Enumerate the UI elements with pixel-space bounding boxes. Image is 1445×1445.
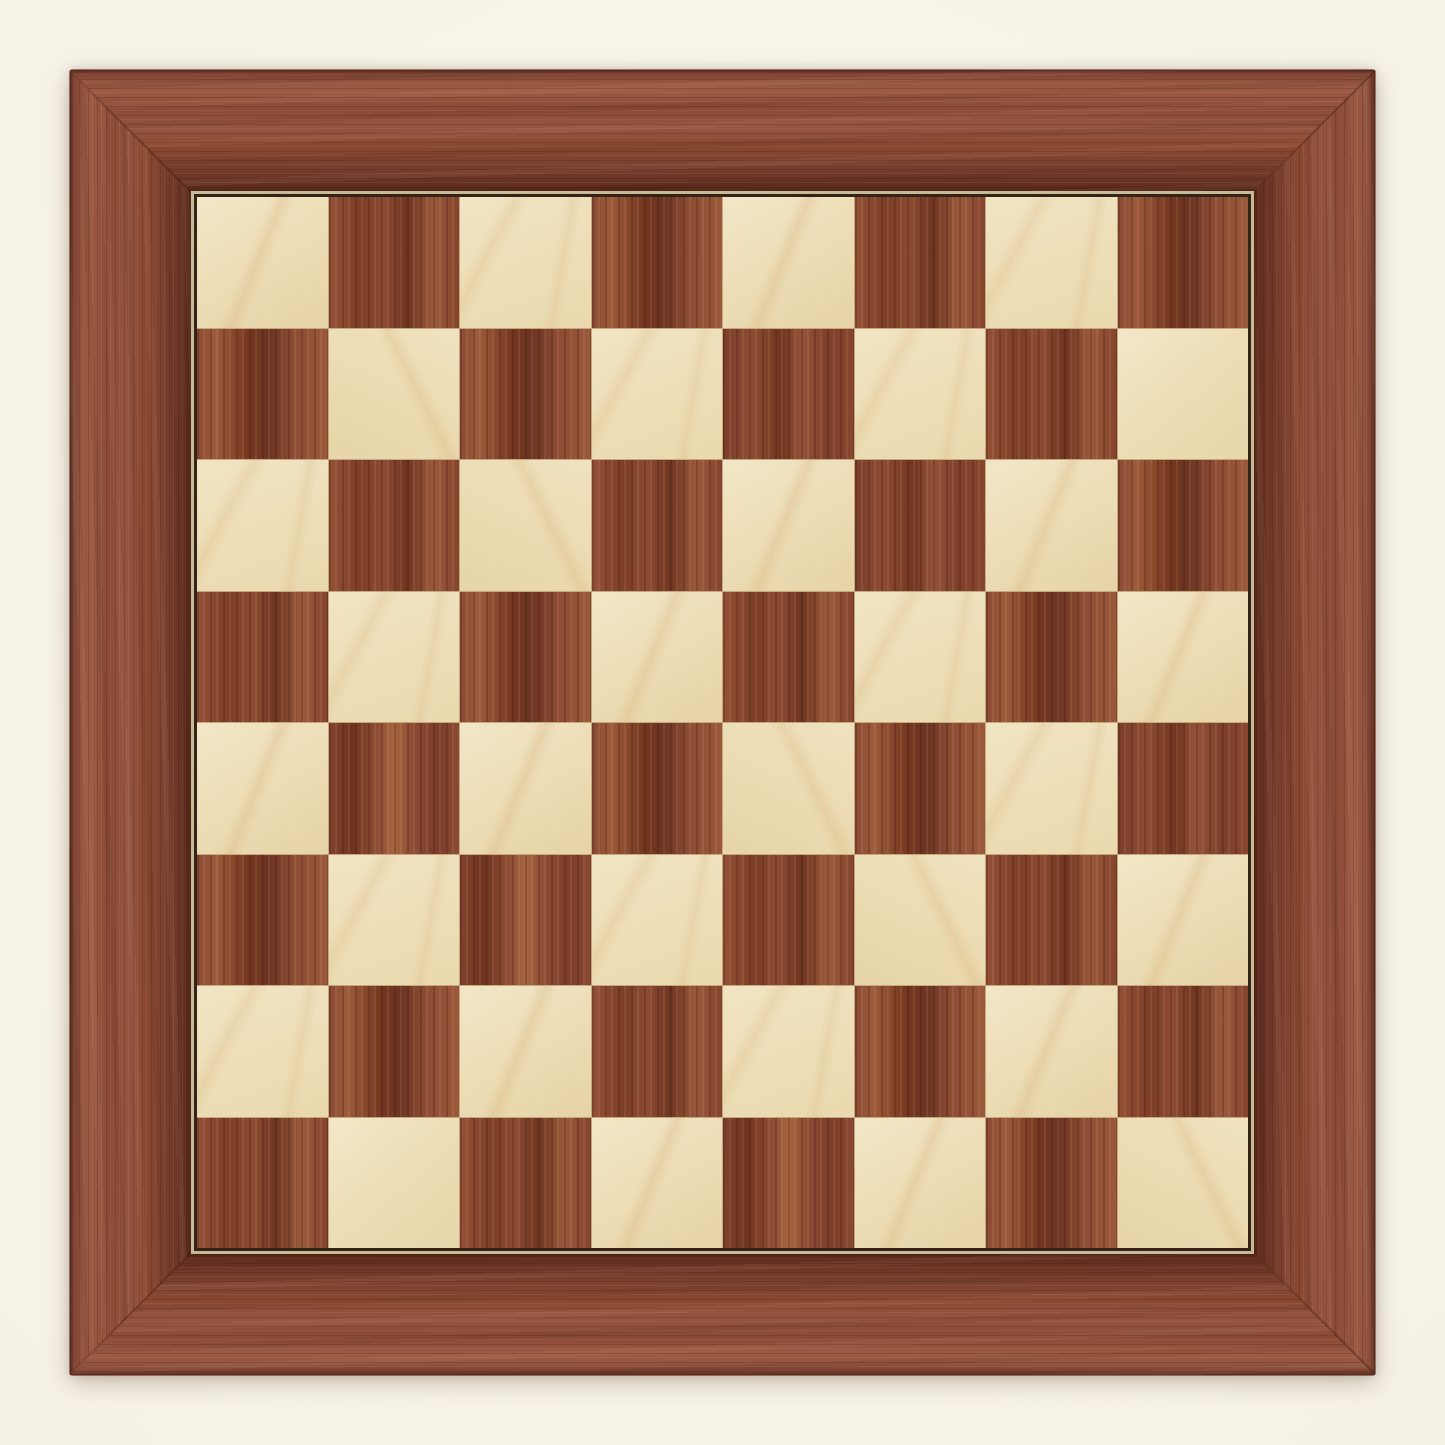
square-b6[interactable] [329, 460, 460, 591]
square-d8[interactable] [592, 197, 723, 328]
board-grid [197, 197, 1248, 1248]
board-frame-left [70, 70, 191, 1375]
square-c7[interactable] [460, 329, 591, 460]
square-d5[interactable] [592, 592, 723, 723]
square-c5[interactable] [460, 592, 591, 723]
square-h8[interactable] [1118, 197, 1249, 328]
square-e6[interactable] [723, 460, 854, 591]
square-d7[interactable] [592, 329, 723, 460]
square-g8[interactable] [986, 197, 1117, 328]
square-c4[interactable] [460, 723, 591, 854]
square-a1[interactable] [197, 1118, 328, 1249]
square-c2[interactable] [460, 986, 591, 1117]
square-a2[interactable] [197, 986, 328, 1117]
square-f8[interactable] [855, 197, 986, 328]
square-c6[interactable] [460, 460, 591, 591]
square-f7[interactable] [855, 329, 986, 460]
square-e3[interactable] [723, 855, 854, 986]
square-h7[interactable] [1118, 329, 1249, 460]
square-g6[interactable] [986, 460, 1117, 591]
board-frame-bottom [70, 1254, 1375, 1375]
square-b5[interactable] [329, 592, 460, 723]
square-h4[interactable] [1118, 723, 1249, 854]
square-a6[interactable] [197, 460, 328, 591]
board-frame-top [70, 70, 1375, 191]
square-b4[interactable] [329, 723, 460, 854]
square-g2[interactable] [986, 986, 1117, 1117]
square-g7[interactable] [986, 329, 1117, 460]
square-d1[interactable] [592, 1118, 723, 1249]
square-e7[interactable] [723, 329, 854, 460]
square-f6[interactable] [855, 460, 986, 591]
square-h1[interactable] [1118, 1118, 1249, 1249]
square-e5[interactable] [723, 592, 854, 723]
square-b2[interactable] [329, 986, 460, 1117]
square-g3[interactable] [986, 855, 1117, 986]
square-f2[interactable] [855, 986, 986, 1117]
square-g5[interactable] [986, 592, 1117, 723]
square-c3[interactable] [460, 855, 591, 986]
square-f5[interactable] [855, 592, 986, 723]
square-d3[interactable] [592, 855, 723, 986]
square-f3[interactable] [855, 855, 986, 986]
photo-background [0, 0, 1445, 1445]
square-e4[interactable] [723, 723, 854, 854]
square-h3[interactable] [1118, 855, 1249, 986]
square-b3[interactable] [329, 855, 460, 986]
square-a8[interactable] [197, 197, 328, 328]
square-e1[interactable] [723, 1118, 854, 1249]
board-frame-right [1254, 70, 1375, 1375]
square-h5[interactable] [1118, 592, 1249, 723]
square-e2[interactable] [723, 986, 854, 1117]
filet-dark-line [194, 194, 1251, 1251]
square-g4[interactable] [986, 723, 1117, 854]
square-e8[interactable] [723, 197, 854, 328]
chess-board [70, 70, 1375, 1375]
square-f4[interactable] [855, 723, 986, 854]
square-d4[interactable] [592, 723, 723, 854]
square-d2[interactable] [592, 986, 723, 1117]
square-b8[interactable] [329, 197, 460, 328]
square-f1[interactable] [855, 1118, 986, 1249]
filet-light-line [191, 191, 1254, 1254]
square-h6[interactable] [1118, 460, 1249, 591]
square-b1[interactable] [329, 1118, 460, 1249]
square-a5[interactable] [197, 592, 328, 723]
square-h2[interactable] [1118, 986, 1249, 1117]
square-a4[interactable] [197, 723, 328, 854]
square-g1[interactable] [986, 1118, 1117, 1249]
square-c1[interactable] [460, 1118, 591, 1249]
square-a7[interactable] [197, 329, 328, 460]
square-d6[interactable] [592, 460, 723, 591]
square-b7[interactable] [329, 329, 460, 460]
square-a3[interactable] [197, 855, 328, 986]
square-c8[interactable] [460, 197, 591, 328]
